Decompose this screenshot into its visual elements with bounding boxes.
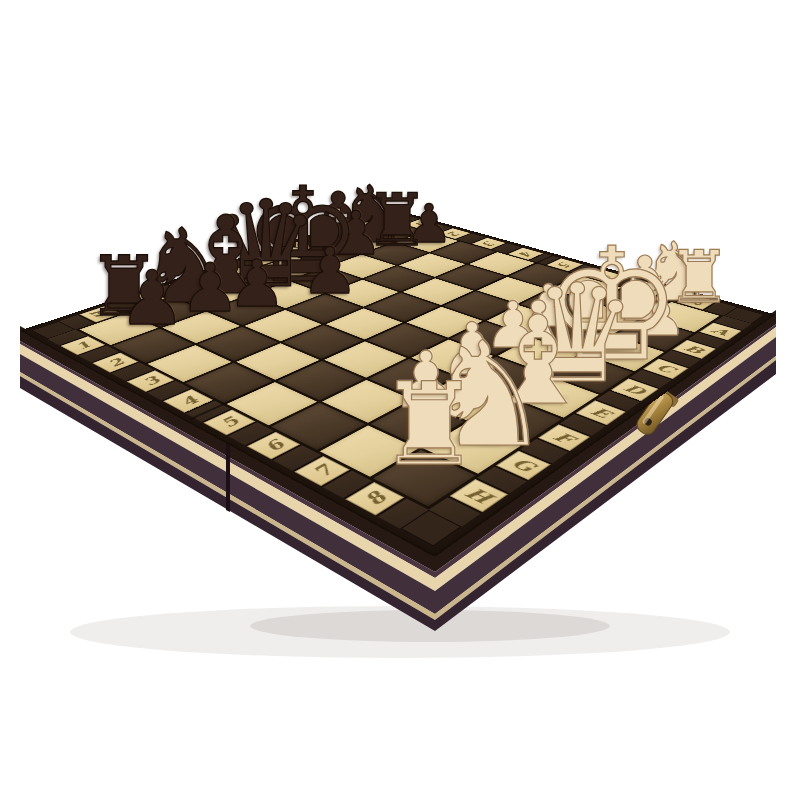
file-label-F: F xyxy=(549,429,579,445)
rank-label-7: 7 xyxy=(305,462,338,480)
file-label-H: H xyxy=(460,484,499,506)
file-label-C: C xyxy=(652,362,679,375)
rank-label-8: 8 xyxy=(357,489,392,508)
rank-label-4: 4 xyxy=(174,394,202,408)
chess-set-photo: 12345678 12345678 ABCDEFGH ABCDEFGH ♜♟♞♟… xyxy=(0,0,800,800)
rank-label-5: 5 xyxy=(214,415,244,430)
rank-label-2: 2 xyxy=(102,357,128,369)
rank-label-6: 6 xyxy=(258,437,289,453)
file-label-E: E xyxy=(586,405,615,420)
file-label-G: G xyxy=(506,455,541,474)
file-label-A: A xyxy=(708,326,732,337)
rank-label-3: 3 xyxy=(137,375,164,388)
file-label-B: B xyxy=(681,343,708,355)
file-label-D: D xyxy=(620,382,650,397)
fold-seam-side xyxy=(226,440,230,512)
rank-label-1: 1 xyxy=(70,340,95,351)
